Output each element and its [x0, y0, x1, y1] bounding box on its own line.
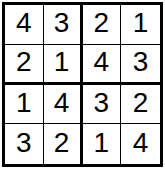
- cell-r4c4[interactable]: 4: [121, 124, 160, 164]
- cell-r3c1[interactable]: 1: [5, 85, 44, 125]
- cell-r4c3[interactable]: 1: [83, 124, 122, 164]
- cell-r2c1[interactable]: 2: [5, 45, 44, 85]
- cell-r1c1[interactable]: 4: [5, 5, 44, 45]
- cell-r1c2[interactable]: 3: [44, 5, 83, 45]
- sudoku-board: 4 3 2 1 2 1 4 3 1 4 3 2 3 2 1 4: [2, 2, 163, 167]
- cell-r3c4[interactable]: 2: [121, 85, 160, 125]
- cell-r2c3[interactable]: 4: [83, 45, 122, 85]
- cell-r1c3[interactable]: 2: [83, 5, 122, 45]
- cell-r4c1[interactable]: 3: [5, 124, 44, 164]
- cell-r3c2[interactable]: 4: [44, 85, 83, 125]
- cell-r4c2[interactable]: 2: [44, 124, 83, 164]
- cell-r2c2[interactable]: 1: [44, 45, 83, 85]
- cell-r2c4[interactable]: 3: [121, 45, 160, 85]
- cell-r1c4[interactable]: 1: [121, 5, 160, 45]
- cell-r3c3[interactable]: 3: [83, 85, 122, 125]
